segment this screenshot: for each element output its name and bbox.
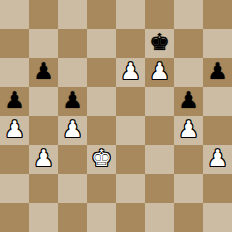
square-f7[interactable]: ♚ [145,29,174,58]
square-c1[interactable] [58,203,87,232]
square-f1[interactable] [145,203,174,232]
square-g1[interactable] [174,203,203,232]
white-pawn: ♟ [120,57,141,86]
square-a3[interactable] [0,145,29,174]
square-a1[interactable] [0,203,29,232]
square-a8[interactable] [0,0,29,29]
square-h6[interactable]: ♟ [203,58,232,87]
square-c5[interactable]: ♟ [58,87,87,116]
square-d1[interactable] [87,203,116,232]
black-king: ♚ [149,28,170,57]
square-d5[interactable] [87,87,116,116]
square-f6[interactable]: ♟ [145,58,174,87]
white-pawn: ♟ [33,144,54,173]
square-a5[interactable]: ♟ [0,87,29,116]
square-e8[interactable] [116,0,145,29]
white-pawn: ♟ [207,144,228,173]
square-e7[interactable] [116,29,145,58]
square-d4[interactable] [87,116,116,145]
square-g7[interactable] [174,29,203,58]
square-d8[interactable] [87,0,116,29]
square-f4[interactable] [145,116,174,145]
square-a7[interactable] [0,29,29,58]
square-g6[interactable] [174,58,203,87]
square-g8[interactable] [174,0,203,29]
black-pawn: ♟ [207,57,228,86]
square-d7[interactable] [87,29,116,58]
square-h1[interactable] [203,203,232,232]
square-h2[interactable] [203,174,232,203]
black-pawn: ♟ [4,86,25,115]
square-a4[interactable]: ♟ [0,116,29,145]
square-c2[interactable] [58,174,87,203]
white-king: ♚ [91,144,112,173]
square-g2[interactable] [174,174,203,203]
square-f2[interactable] [145,174,174,203]
square-e4[interactable] [116,116,145,145]
square-e6[interactable]: ♟ [116,58,145,87]
black-pawn: ♟ [62,86,83,115]
square-c7[interactable] [58,29,87,58]
square-d6[interactable] [87,58,116,87]
black-pawn: ♟ [33,57,54,86]
square-c8[interactable] [58,0,87,29]
square-a2[interactable] [0,174,29,203]
square-g4[interactable]: ♟ [174,116,203,145]
square-h5[interactable] [203,87,232,116]
square-h7[interactable] [203,29,232,58]
square-h8[interactable] [203,0,232,29]
square-g5[interactable]: ♟ [174,87,203,116]
square-b6[interactable]: ♟ [29,58,58,87]
square-e1[interactable] [116,203,145,232]
square-b5[interactable] [29,87,58,116]
square-f8[interactable] [145,0,174,29]
square-f3[interactable] [145,145,174,174]
square-h3[interactable]: ♟ [203,145,232,174]
square-c4[interactable]: ♟ [58,116,87,145]
square-e5[interactable] [116,87,145,116]
square-f5[interactable] [145,87,174,116]
square-g3[interactable] [174,145,203,174]
chess-board: ♚♟♟♟♟♟♟♟♟♟♟♟♚♟ [0,0,232,232]
white-pawn: ♟ [62,115,83,144]
white-pawn: ♟ [178,115,199,144]
square-b1[interactable] [29,203,58,232]
square-b4[interactable] [29,116,58,145]
white-pawn: ♟ [149,57,170,86]
square-e3[interactable] [116,145,145,174]
black-pawn: ♟ [178,86,199,115]
square-d2[interactable] [87,174,116,203]
square-a6[interactable] [0,58,29,87]
square-b3[interactable]: ♟ [29,145,58,174]
square-c3[interactable] [58,145,87,174]
white-pawn: ♟ [4,115,25,144]
square-b7[interactable] [29,29,58,58]
square-e2[interactable] [116,174,145,203]
square-b8[interactable] [29,0,58,29]
square-b2[interactable] [29,174,58,203]
square-c6[interactable] [58,58,87,87]
square-d3[interactable]: ♚ [87,145,116,174]
square-h4[interactable] [203,116,232,145]
